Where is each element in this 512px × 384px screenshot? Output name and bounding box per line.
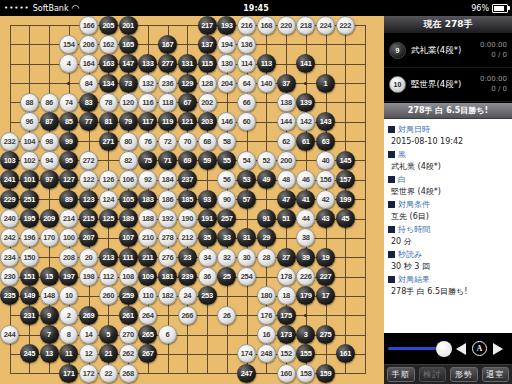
stone-white-196: 196: [20, 228, 39, 247]
stone-black-195: 195: [20, 209, 39, 228]
stone-black-69: 69: [178, 151, 197, 170]
result-banner: 278手 白 6.5目勝ち!: [384, 102, 512, 119]
review-button: 検討: [419, 367, 447, 382]
stone-black-71: 71: [158, 151, 177, 170]
stone-white-182: 182: [158, 286, 177, 305]
triangle-left-icon: [456, 343, 466, 355]
stone-white-12: 12: [79, 344, 98, 363]
stone-black-209: 209: [40, 209, 59, 228]
stone-black-3: 3: [296, 325, 315, 344]
stone-black-165: 165: [119, 35, 138, 54]
stone-white-124: 124: [99, 190, 118, 209]
stone-white-112: 112: [99, 267, 118, 286]
grid-line: [365, 25, 366, 374]
stone-white-262: 262: [119, 344, 138, 363]
stone-black-113: 113: [257, 54, 276, 73]
stone-white-208: 208: [59, 248, 78, 267]
stone-white-62: 62: [277, 132, 296, 151]
stone-black-17: 17: [316, 286, 335, 305]
info-row: 対局結果278手 白 6.5目勝ち!: [384, 273, 512, 297]
stone-black-87: 87: [40, 112, 59, 131]
stone-white-186: 186: [158, 190, 177, 209]
stone-black-237: 237: [178, 170, 197, 189]
stone-white-184: 184: [158, 170, 177, 189]
info-value: 堅世界 (4段*): [384, 185, 512, 197]
stone-white-32: 32: [217, 248, 236, 267]
stone-black-9: 9: [40, 306, 59, 325]
stone-white-158: 158: [296, 364, 315, 383]
stone-black-117: 117: [138, 112, 157, 131]
stone-white-132: 132: [138, 74, 157, 93]
stone-white-216: 216: [237, 16, 256, 35]
stone-white-224: 224: [316, 16, 335, 35]
stone-black-157: 157: [336, 170, 355, 189]
stone-white-164: 164: [79, 54, 98, 73]
stone-black-73: 73: [119, 74, 138, 93]
stone-white-96: 96: [20, 112, 39, 131]
stone-black-121: 121: [178, 112, 197, 131]
stone-black-275: 275: [316, 325, 335, 344]
stone-black-127: 127: [59, 170, 78, 189]
stone-white-200: 200: [277, 151, 296, 170]
stone-white-114: 114: [237, 54, 256, 73]
stone-black-133: 133: [138, 54, 157, 73]
stone-black-119: 119: [158, 112, 177, 131]
info-row: 対局条件互先 (6目): [384, 198, 512, 222]
info-value: 武礼業 (4段*): [384, 160, 512, 172]
stone-black-189: 189: [119, 209, 138, 228]
stone-black-21: 21: [99, 344, 118, 363]
stone-black-25: 25: [217, 267, 236, 286]
info-value: 278手 白 6.5目勝ち!: [384, 285, 512, 297]
stone-white-118: 118: [158, 93, 177, 112]
stone-black-229: 229: [0, 190, 19, 209]
stone-white-206: 206: [79, 35, 98, 54]
stone-white-148: 148: [40, 286, 59, 305]
stone-black-77: 77: [79, 112, 98, 131]
go-board[interactable]: 1662052012171932161682202182242221542061…: [0, 16, 384, 384]
stone-white-26: 26: [217, 306, 236, 325]
stone-white-172: 172: [79, 364, 98, 383]
star-point: [304, 82, 307, 85]
info-row: 白堅世界 (4段*): [384, 173, 512, 197]
app-screen: ••••• SoftBank ◠ 19:45 96% 1662052012171…: [0, 0, 512, 384]
stone-black-231: 231: [20, 306, 39, 325]
stone-white-232: 232: [0, 132, 19, 151]
stone-black-181: 181: [158, 267, 177, 286]
stone-white-14: 14: [79, 325, 98, 344]
stone-white-136: 136: [237, 35, 256, 54]
stone-black-155: 155: [296, 344, 315, 363]
stone-white-88: 88: [20, 93, 39, 112]
stone-black-167: 167: [158, 35, 177, 54]
stone-white-74: 74: [59, 93, 78, 112]
stone-white-72: 72: [158, 132, 177, 151]
stone-white-122: 122: [79, 170, 98, 189]
stone-white-128: 128: [198, 74, 217, 93]
stone-white-30: 30: [237, 248, 256, 267]
stone-white-240: 240: [0, 209, 19, 228]
stone-white-140: 140: [257, 74, 276, 93]
stone-white-92: 92: [138, 170, 157, 189]
stone-black-43: 43: [316, 209, 335, 228]
stone-white-202: 202: [198, 93, 217, 112]
stone-black-93: 93: [198, 190, 217, 209]
playback-bar: A: [384, 333, 512, 364]
info-label: 持ち時間: [384, 223, 512, 235]
battery-icon: [492, 4, 508, 13]
stone-white-170: 170: [40, 228, 59, 247]
stone-white-130: 130: [217, 54, 236, 73]
stone-white-264: 264: [138, 306, 157, 325]
stone-white-8: 8: [59, 325, 78, 344]
stone-black-179: 179: [296, 286, 315, 305]
info-value: 互先 (6目): [384, 210, 512, 222]
stone-white-260: 260: [99, 286, 118, 305]
stone-white-56: 56: [217, 170, 236, 189]
stone-white-104: 104: [20, 132, 39, 151]
stone-white-98: 98: [40, 132, 59, 151]
info-label: 白: [384, 173, 512, 185]
stone-white-48: 48: [277, 170, 296, 189]
stone-white-64: 64: [237, 74, 256, 93]
stone-white-66: 66: [237, 93, 256, 112]
stone-black-41: 41: [296, 190, 315, 209]
stone-white-160: 160: [277, 364, 296, 383]
stone-black-217: 217: [198, 16, 217, 35]
stone-white-236: 236: [158, 74, 177, 93]
bullet-square-icon: [388, 276, 395, 283]
stone-black-115: 115: [198, 54, 217, 73]
clock-label: 19:45: [0, 4, 512, 13]
slider-thumb[interactable]: [436, 341, 452, 357]
triangle-right-icon: [493, 343, 503, 355]
stone-white-110: 110: [138, 286, 157, 305]
stone-white-28: 28: [257, 248, 276, 267]
estimate-button[interactable]: 形勢: [450, 367, 478, 382]
stone-white-244: 244: [0, 325, 19, 344]
white-stone-icon: 10: [389, 76, 406, 93]
stone-white-214: 214: [59, 209, 78, 228]
stone-white-70: 70: [178, 132, 197, 151]
stone-white-266: 266: [178, 306, 197, 325]
move-counter-header: 現在 278手: [384, 16, 512, 34]
stone-black-5: 5: [99, 325, 118, 344]
player-clock: 0:00:000 / 0: [480, 75, 507, 94]
bullet-square-icon: [388, 251, 395, 258]
stone-white-116: 116: [138, 93, 157, 112]
stone-black-97: 97: [40, 170, 59, 189]
stone-black-129: 129: [178, 74, 197, 93]
stone-black-29: 29: [257, 228, 276, 247]
stone-black-277: 277: [158, 54, 177, 73]
stone-black-37: 37: [277, 74, 296, 93]
stone-black-235: 235: [0, 286, 19, 305]
stone-white-78: 78: [99, 93, 118, 112]
info-label: 対局条件: [384, 198, 512, 210]
stone-black-51: 51: [277, 209, 296, 228]
player-clock: 0:00:000 / 0: [480, 41, 507, 60]
stone-black-61: 61: [296, 132, 315, 151]
stone-white-106: 106: [119, 170, 138, 189]
stone-white-220: 220: [277, 16, 296, 35]
prev-move-button[interactable]: [456, 343, 466, 355]
stone-black-47: 47: [277, 190, 296, 209]
stone-white-276: 276: [158, 248, 177, 267]
stone-black-149: 149: [20, 286, 39, 305]
player-row-white: 10堅世界(4段*)0:00:000 / 0: [384, 68, 512, 102]
player-name: 武礼業(4段*): [411, 45, 480, 57]
bottom-button-bar: 手順検討形勢退室: [384, 364, 512, 384]
stone-black-151: 151: [20, 267, 39, 286]
info-value: 20 分: [384, 235, 512, 247]
stone-black-39: 39: [296, 248, 315, 267]
stone-black-63: 63: [316, 132, 335, 151]
info-row: 持ち時間20 分: [384, 223, 512, 247]
stone-black-241: 241: [0, 170, 19, 189]
stone-white-94: 94: [40, 151, 59, 170]
stone-white-138: 138: [277, 93, 296, 112]
stone-white-102: 102: [20, 151, 39, 170]
stone-white-16: 16: [257, 325, 276, 344]
stone-white-20: 20: [79, 248, 98, 267]
stone-white-270: 270: [119, 325, 138, 344]
players-list: 9武礼業(4段*)0:00:000 / 010堅世界(4段*)0:00:000 …: [384, 34, 512, 102]
star-point: [304, 314, 307, 317]
stone-white-82: 82: [119, 151, 138, 170]
stone-black-201: 201: [119, 16, 138, 35]
stone-black-139: 139: [296, 93, 315, 112]
stone-white-230: 230: [0, 267, 19, 286]
stone-white-38: 38: [296, 228, 315, 247]
info-row: 対局日時2015-08-10 19:42: [384, 123, 512, 147]
stone-black-53: 53: [237, 170, 256, 189]
bullet-square-icon: [388, 226, 395, 233]
stone-white-226: 226: [296, 267, 315, 286]
stone-black-125: 125: [99, 209, 118, 228]
stone-black-131: 131: [178, 54, 197, 73]
game-info-panel: 現在 278手 9武礼業(4段*)0:00:000 / 010堅世界(4段*)0…: [384, 16, 512, 384]
stone-white-80: 80: [119, 132, 138, 151]
stone-white-178: 178: [277, 267, 296, 286]
stone-black-269: 269: [79, 306, 98, 325]
stone-black-251: 251: [20, 190, 39, 209]
stone-white-146: 146: [217, 112, 236, 131]
bullet-square-icon: [388, 126, 395, 133]
stone-black-199: 199: [336, 190, 355, 209]
stone-white-162: 162: [99, 35, 118, 54]
stone-black-183: 183: [138, 190, 157, 209]
stone-white-18: 18: [277, 286, 296, 305]
stone-white-192: 192: [158, 209, 177, 228]
info-label: 対局結果: [384, 273, 512, 285]
stone-black-137: 137: [198, 35, 217, 54]
stone-white-36: 36: [198, 267, 217, 286]
stone-black-35: 35: [198, 228, 217, 247]
autoplay-button[interactable]: A: [472, 341, 487, 356]
stone-white-254: 254: [237, 267, 256, 286]
stone-white-120: 120: [119, 93, 138, 112]
stone-black-215: 215: [79, 209, 98, 228]
stone-black-13: 13: [40, 344, 59, 363]
stone-black-103: 103: [0, 151, 19, 170]
battery-percent-label: 96%: [471, 4, 489, 13]
stone-black-45: 45: [336, 209, 355, 228]
stone-black-27: 27: [277, 248, 296, 267]
stone-white-268: 268: [119, 364, 138, 383]
stone-black-57: 57: [237, 190, 256, 209]
stone-white-174: 174: [237, 344, 256, 363]
stone-black-271: 271: [99, 132, 118, 151]
stone-black-191: 191: [198, 209, 217, 228]
stone-black-163: 163: [99, 54, 118, 73]
bullet-square-icon: [388, 151, 395, 158]
stone-white-212: 212: [178, 228, 197, 247]
stone-black-257: 257: [217, 209, 236, 228]
stone-black-239: 239: [178, 267, 197, 286]
stone-white-84: 84: [79, 74, 98, 93]
stone-black-203: 203: [198, 112, 217, 131]
stone-white-218: 218: [296, 16, 315, 35]
stone-white-166: 166: [79, 16, 98, 35]
stone-black-91: 91: [257, 209, 276, 228]
stone-white-34: 34: [198, 248, 217, 267]
stone-white-58: 58: [217, 132, 236, 151]
game-details-list: 対局日時2015-08-10 19:42黒武礼業 (4段*)白堅世界 (4段*)…: [384, 119, 512, 333]
stone-black-81: 81: [99, 112, 118, 131]
stone-white-52: 52: [257, 151, 276, 170]
stone-black-161: 161: [336, 344, 355, 363]
stone-black-175: 175: [277, 306, 296, 325]
stone-white-22: 22: [99, 364, 118, 383]
player-row-black: 9武礼業(4段*)0:00:000 / 0: [384, 34, 512, 68]
stone-black-11: 11: [59, 344, 78, 363]
stone-black-109: 109: [138, 267, 157, 286]
stone-white-10: 10: [59, 286, 78, 305]
stone-black-95: 95: [59, 151, 78, 170]
stone-black-247: 247: [237, 364, 256, 383]
bullet-square-icon: [388, 176, 395, 183]
stone-white-156: 156: [316, 170, 335, 189]
stone-white-68: 68: [198, 132, 217, 151]
stone-white-86: 86: [40, 93, 59, 112]
stone-white-204: 204: [217, 74, 236, 93]
stone-black-49: 49: [257, 170, 276, 189]
stone-black-15: 15: [40, 267, 59, 286]
stone-black-59: 59: [198, 151, 217, 170]
info-label: 秒読み: [384, 248, 512, 260]
stone-white-108: 108: [119, 267, 138, 286]
info-value: 2015-08-10 19:42: [384, 135, 512, 147]
info-label: 黒: [384, 148, 512, 160]
stone-black-267: 267: [138, 344, 157, 363]
stone-black-261: 261: [119, 306, 138, 325]
stone-black-211: 211: [138, 248, 157, 267]
stone-black-23: 23: [178, 248, 197, 267]
status-bar: ••••• SoftBank ◠ 19:45 96%: [0, 0, 512, 16]
stone-white-222: 222: [336, 16, 355, 35]
bullet-square-icon: [388, 201, 395, 208]
stone-black-99: 99: [59, 132, 78, 151]
stone-black-173: 173: [277, 325, 296, 344]
stone-black-143: 143: [316, 112, 335, 131]
stone-white-152: 152: [277, 344, 296, 363]
stone-white-144: 144: [277, 112, 296, 131]
stone-black-123: 123: [79, 190, 98, 209]
circled-a-icon: A: [472, 341, 487, 356]
stone-white-2: 2: [59, 306, 78, 325]
stone-black-31: 31: [237, 228, 256, 247]
stone-white-278: 278: [158, 228, 177, 247]
stone-black-265: 265: [138, 325, 157, 344]
stone-black-19: 19: [316, 248, 335, 267]
stone-black-197: 197: [59, 267, 78, 286]
stone-black-147: 147: [119, 54, 138, 73]
stone-black-7: 7: [40, 325, 59, 344]
info-label: 対局日時: [384, 123, 512, 135]
stone-white-150: 150: [20, 248, 39, 267]
stone-white-76: 76: [138, 132, 157, 151]
stone-black-67: 67: [178, 93, 197, 112]
stone-white-176: 176: [257, 306, 276, 325]
stone-black-171: 171: [59, 364, 78, 383]
stone-black-193: 193: [217, 16, 236, 35]
stone-white-188: 188: [138, 209, 157, 228]
stone-black-253: 253: [198, 286, 217, 305]
stone-white-4: 4: [59, 54, 78, 73]
stone-black-75: 75: [138, 151, 157, 170]
stone-white-46: 46: [296, 170, 315, 189]
stone-black-134: 134: [99, 74, 118, 93]
stone-white-44: 44: [296, 209, 315, 228]
stone-black-79: 79: [119, 112, 138, 131]
player-name: 堅世界(4段*): [411, 79, 480, 91]
stone-black-141: 141: [296, 54, 315, 73]
stone-black-227: 227: [316, 267, 335, 286]
stone-black-83: 83: [79, 93, 98, 112]
black-stone-icon: 9: [389, 42, 406, 59]
stone-white-154: 154: [59, 35, 78, 54]
stone-white-194: 194: [217, 35, 236, 54]
stone-white-142: 142: [296, 112, 315, 131]
stone-black-105: 105: [119, 190, 138, 209]
next-move-button[interactable]: [493, 343, 503, 355]
stone-white-198: 198: [79, 267, 98, 286]
stone-white-54: 54: [237, 151, 256, 170]
info-row: 秒読み30 秒 3 回: [384, 248, 512, 272]
stone-black-107: 107: [119, 228, 138, 247]
stone-white-126: 126: [99, 170, 118, 189]
stone-white-190: 190: [178, 209, 197, 228]
stone-white-24: 24: [178, 286, 197, 305]
stone-black-259: 259: [119, 286, 138, 305]
stone-black-213: 213: [99, 248, 118, 267]
leave-room-button[interactable]: 退室: [482, 367, 510, 382]
stone-black-1: 1: [316, 74, 335, 93]
stone-white-272: 272: [79, 151, 98, 170]
move-list-button[interactable]: 手順: [387, 367, 415, 382]
stone-white-234: 234: [0, 248, 19, 267]
move-slider[interactable]: [388, 340, 450, 358]
stone-white-248: 248: [257, 344, 276, 363]
stone-white-168: 168: [257, 16, 276, 35]
stone-white-242: 242: [0, 228, 19, 247]
status-right: 96%: [471, 0, 508, 16]
stone-black-245: 245: [20, 344, 39, 363]
stone-white-100: 100: [59, 228, 78, 247]
stone-white-40: 40: [316, 151, 335, 170]
stone-black-85: 85: [59, 112, 78, 131]
